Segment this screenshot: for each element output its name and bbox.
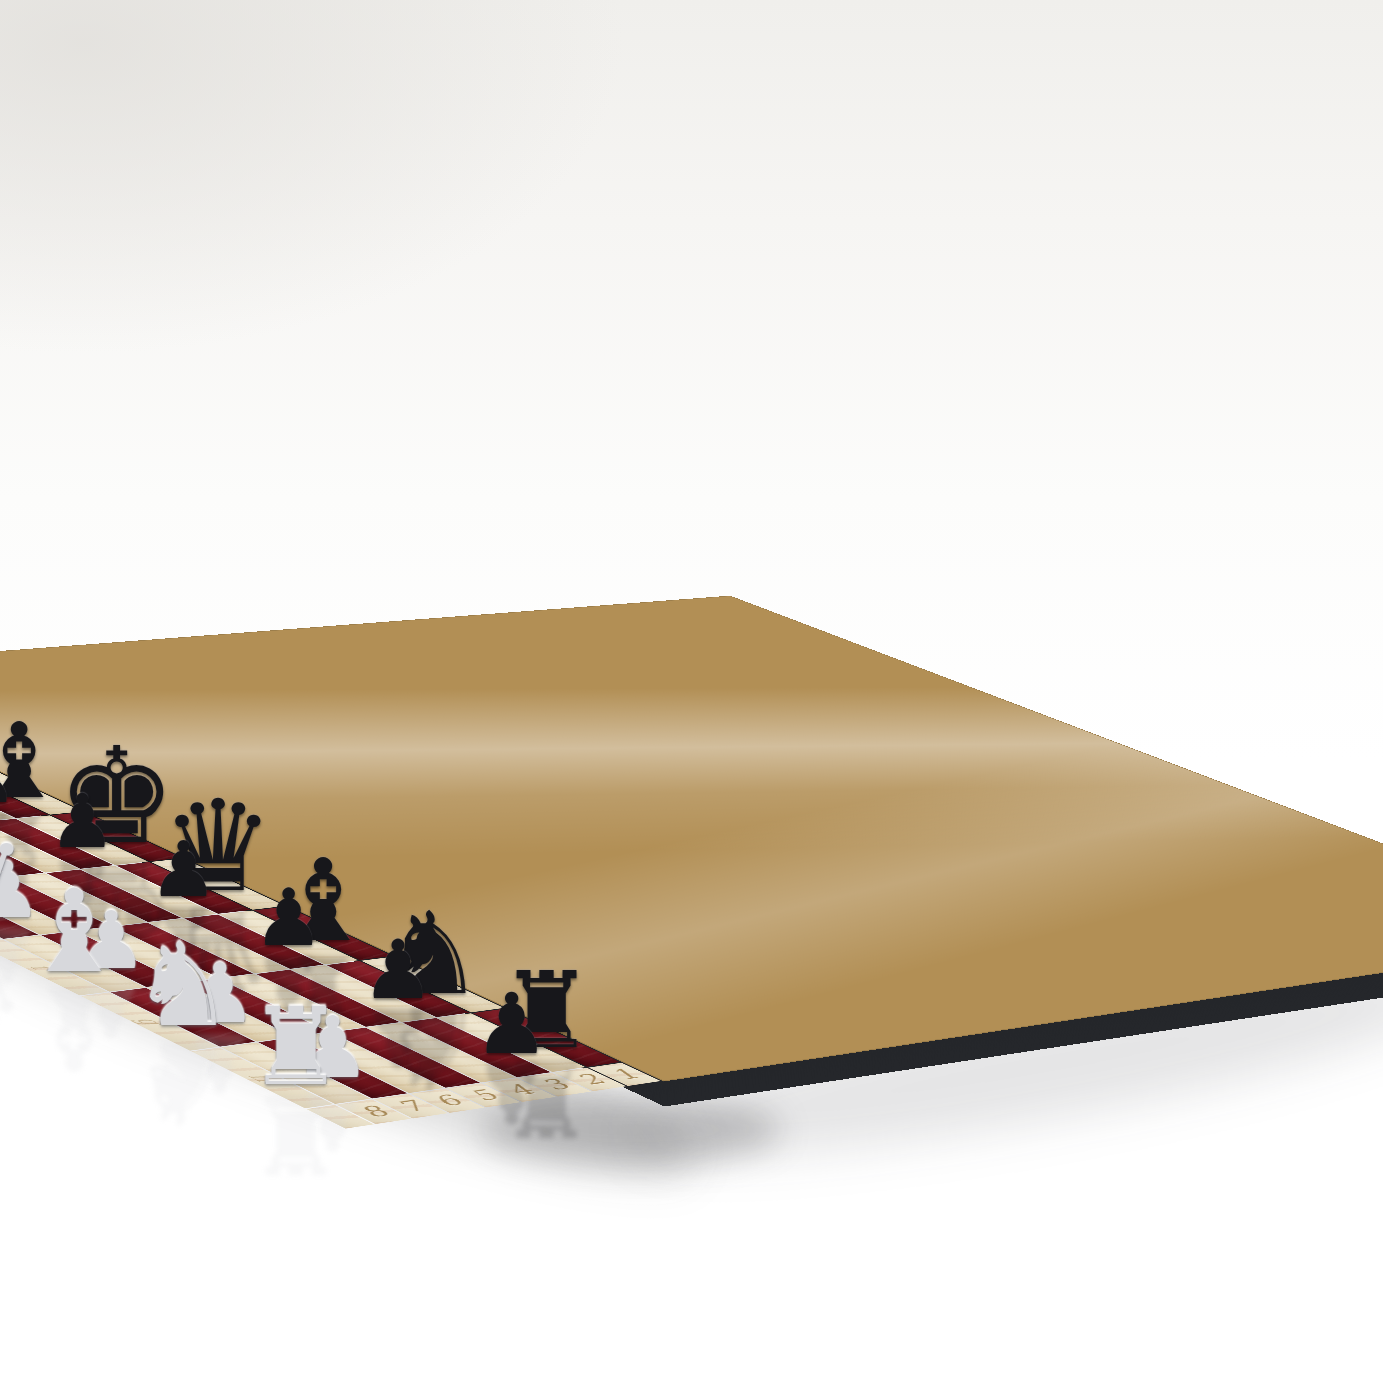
photo-scene: 12345678abcdefgh ♜♜♞♞♝♝♛♛♚♚♝♝♞♞♜♜♟♟♟♟♟♟♟… (0, 0, 1383, 1383)
pawn-glyph: ♟ (49, 786, 116, 860)
piece-white-rook-a1[interactable]: ♜♜ (248, 992, 344, 1099)
piece-black-pawn-a7[interactable]: ♟♟ (474, 982, 549, 1066)
pawn-glyph: ♟ (474, 982, 549, 1066)
piece-black-pawn-d7[interactable]: ♟♟ (149, 832, 218, 909)
piece-black-pawn-c7[interactable]: ♟♟ (253, 880, 324, 959)
bishop-glyph: ♝ (23, 875, 126, 990)
knight-glyph: ♞ (131, 929, 235, 1044)
piece-black-pawn-e7[interactable]: ♟♟ (49, 786, 116, 860)
pawn-glyph: ♟ (149, 832, 218, 909)
pawn-glyph: ♟ (361, 930, 434, 1011)
piece-white-knight-b1[interactable]: ♞♞ (131, 929, 235, 1044)
piece-black-pawn-b7[interactable]: ♟♟ (361, 930, 434, 1011)
piece-white-bishop-c1[interactable]: ♝♝ (23, 875, 126, 990)
pawn-glyph: ♟ (253, 880, 324, 959)
rook-glyph: ♜ (248, 992, 344, 1099)
